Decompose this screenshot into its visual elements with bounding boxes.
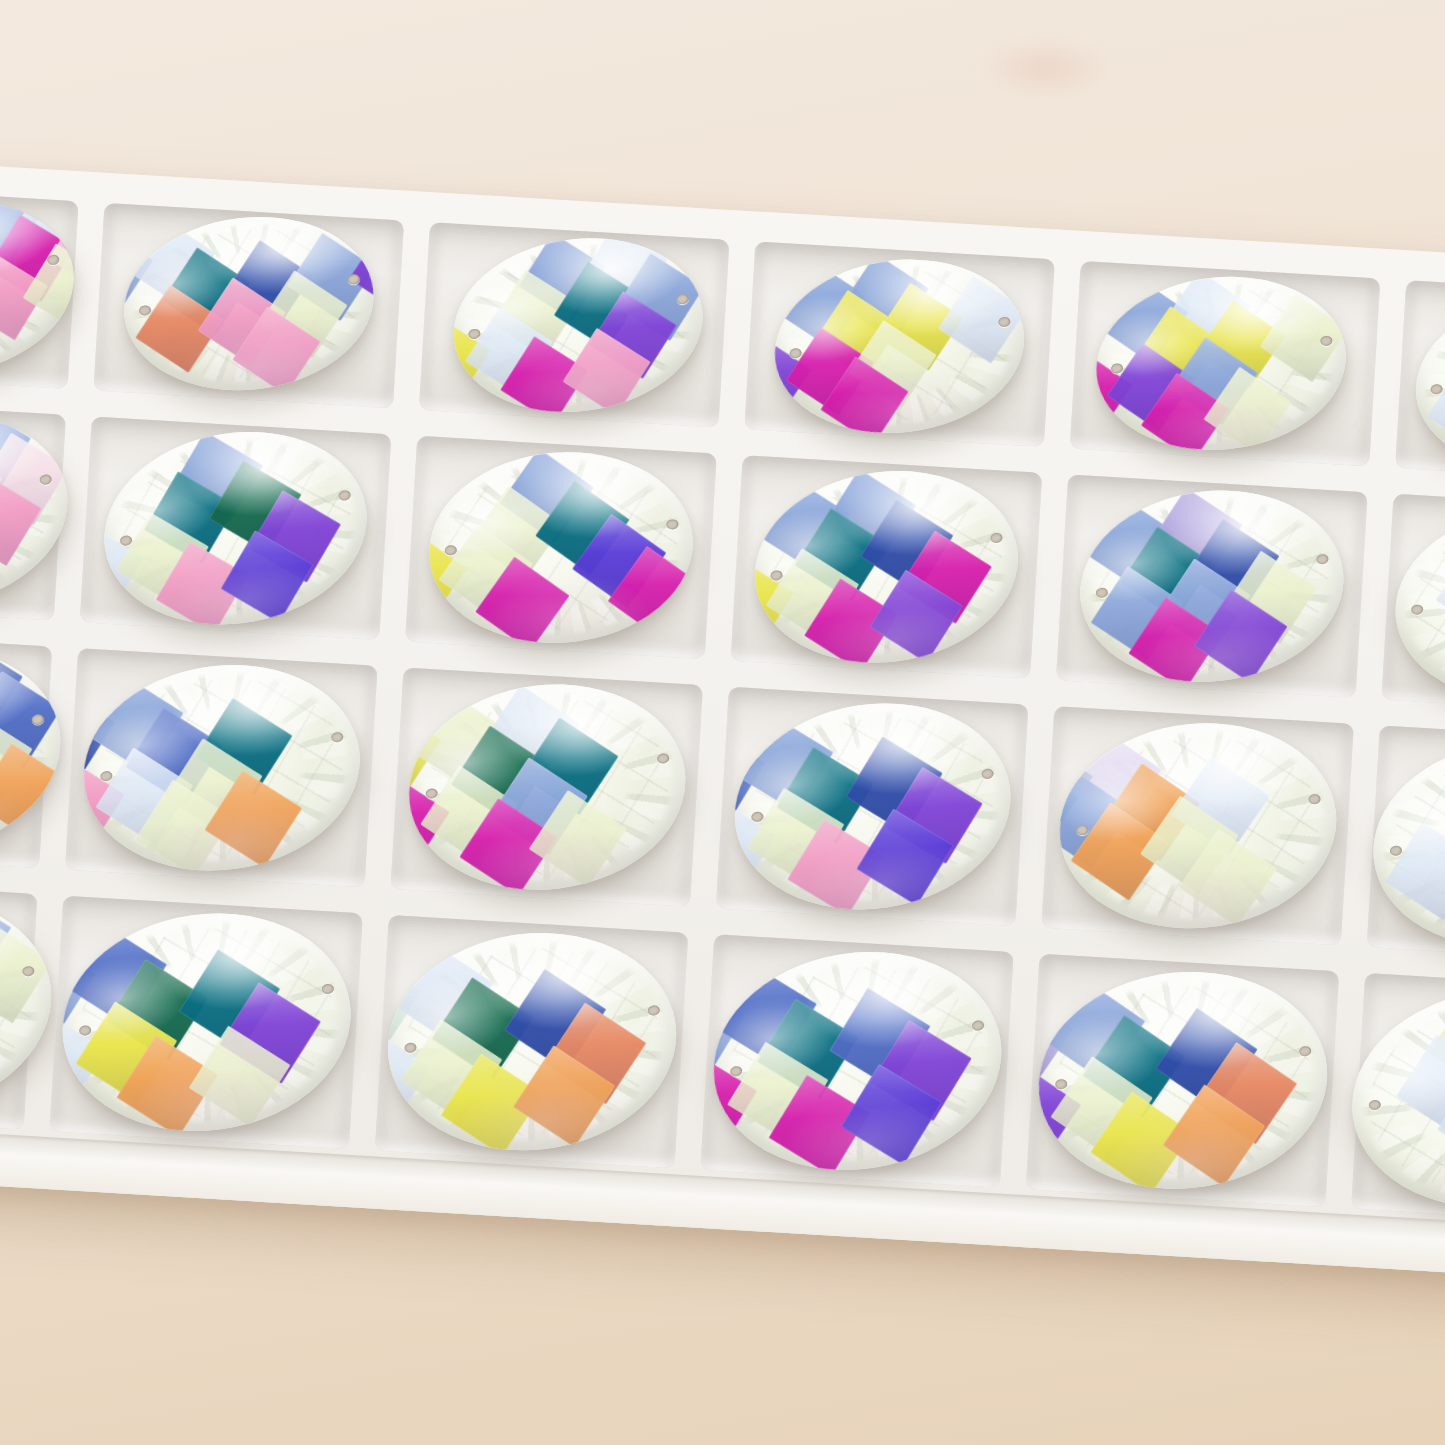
facet (937, 276, 1026, 365)
rhinestone (397, 670, 696, 904)
rhinestone (0, 397, 81, 624)
compartment-grid (0, 183, 1445, 1229)
facet-checkerboard (720, 685, 1024, 928)
rhinestone (1050, 711, 1346, 941)
pink-light-blotch (960, 28, 1130, 108)
compartment (93, 203, 404, 408)
facet-checkerboard (49, 896, 364, 1148)
sew-hole-right (656, 752, 669, 763)
compartment (405, 436, 717, 659)
compartment (80, 416, 392, 639)
rhinestone (1088, 266, 1354, 462)
rhinestone (1028, 959, 1337, 1202)
rhinestone (0, 184, 86, 391)
rhinestone (1406, 282, 1445, 482)
compartment (1351, 973, 1445, 1226)
compartment (1056, 474, 1368, 697)
facet-checkerboard (1028, 959, 1337, 1202)
rhinestone (49, 896, 364, 1148)
facet (349, 226, 383, 315)
facet (0, 743, 71, 841)
compartment (419, 222, 730, 427)
facet (1384, 823, 1445, 921)
rhinestone (115, 204, 383, 404)
compartment (0, 876, 37, 1129)
rhinestone (1340, 975, 1445, 1223)
facet-checkerboard (698, 933, 1016, 1190)
compartment (375, 915, 688, 1168)
facet-checkerboard (743, 455, 1030, 678)
rhinestone (720, 685, 1024, 928)
facet-checkerboard (1362, 727, 1445, 961)
compartment (744, 241, 1055, 446)
compartment (0, 183, 79, 388)
compartment (716, 687, 1029, 926)
compartment (700, 934, 1013, 1187)
compartment (390, 667, 703, 906)
facet-checkerboard (1088, 266, 1354, 462)
rhinestone (698, 933, 1016, 1190)
rhinestone (1387, 497, 1445, 712)
rhinestone (0, 631, 73, 870)
facet-checkerboard (0, 397, 81, 624)
compartment (1367, 725, 1445, 964)
facet (1259, 294, 1348, 383)
facet-checkerboard (376, 918, 688, 1166)
rhinestone (443, 223, 714, 427)
rhinestone (71, 648, 373, 887)
facet-checkerboard (1406, 282, 1445, 482)
rhinestone (376, 918, 688, 1166)
rhinestone (743, 455, 1030, 678)
compartment (1026, 954, 1339, 1207)
facet-checkerboard (71, 648, 373, 887)
sew-hole-left (444, 544, 457, 555)
rhinestone (422, 442, 700, 653)
sew-hole-right (1308, 793, 1321, 804)
compartment (0, 397, 66, 620)
facet-checkerboard (422, 442, 700, 653)
facet-checkerboard (115, 204, 383, 404)
facet-checkerboard (1050, 711, 1346, 941)
rhinestone (765, 246, 1033, 446)
facet-checkerboard (397, 670, 696, 904)
facet-checkerboard (0, 184, 86, 391)
organizer-box (0, 152, 1445, 1289)
facet-checkerboard (765, 246, 1033, 446)
compartment (1070, 261, 1381, 466)
facet (1396, 1034, 1445, 1137)
facet-checkerboard (443, 223, 714, 427)
facet (1435, 544, 1445, 639)
rhinestone (90, 412, 382, 643)
facet-checkerboard (0, 631, 73, 870)
rhinestone (1070, 477, 1354, 696)
compartment (49, 896, 362, 1149)
compartment (1395, 280, 1445, 485)
facet-checkerboard (90, 412, 382, 643)
photo-rhinestone-tray: { "scene": { "subject": "Overhead angled… (0, 0, 1445, 1445)
compartment (65, 648, 378, 887)
rhinestone (1362, 727, 1445, 961)
compartment (1041, 706, 1354, 945)
compartment (1381, 494, 1445, 717)
compartment (731, 455, 1043, 678)
compartment (0, 629, 52, 868)
facet-checkerboard (1340, 975, 1445, 1223)
facet-checkerboard (1070, 477, 1354, 696)
facet (1426, 363, 1445, 452)
